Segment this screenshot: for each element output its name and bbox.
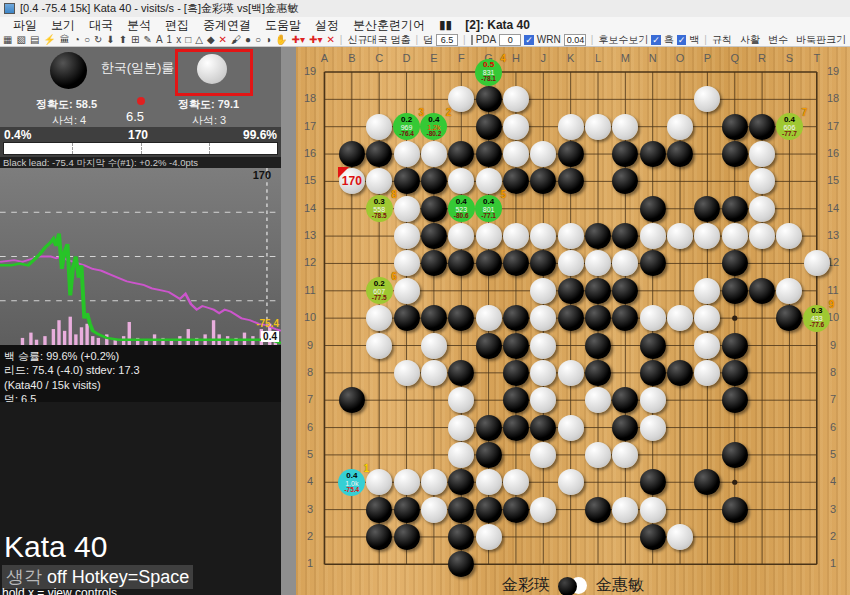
- white-stone-E4: [421, 469, 447, 495]
- coord-number-left-6: 6: [301, 421, 319, 433]
- black-stone-K10: [558, 305, 584, 331]
- wrn-input[interactable]: 0.04: [564, 34, 586, 46]
- black-stone-H8: [503, 360, 529, 386]
- black-stone-E14: [421, 196, 447, 222]
- white-stone-O17: [667, 114, 693, 140]
- thinking-hotkey: Hotkey=Space: [72, 567, 190, 587]
- white-stone-D16: [394, 141, 420, 167]
- black-stone-R11: [749, 278, 775, 304]
- coord-number-left-12: 12: [301, 256, 319, 268]
- new-game-button[interactable]: 신규대국: [347, 33, 387, 47]
- black-stone-H10: [503, 305, 529, 331]
- white-accuracy: 정확도: 79.1: [178, 97, 239, 112]
- white-stone-D13: [394, 223, 420, 249]
- black-candidates-checkbox[interactable]: ✓: [651, 35, 661, 45]
- black-stone-M6: [612, 415, 638, 441]
- coord-number-right-2: 2: [824, 530, 842, 542]
- stat-line: (Kata40 / 15k visits): [4, 378, 281, 392]
- white-stone-K17: [558, 114, 584, 140]
- coord-number-left-4: 4: [301, 475, 319, 487]
- black-stone-L9: [585, 333, 611, 359]
- white-player-name: 金惠敏: [596, 575, 644, 595]
- toolbar-icon-5[interactable]: ◔: [74, 34, 80, 46]
- menu-item-중계연결[interactable]: 중계연결: [196, 17, 258, 34]
- white-stone-R14: [749, 196, 775, 222]
- toolbar-icon-23[interactable]: ✋: [275, 34, 287, 46]
- black-stone-Q14: [722, 196, 748, 222]
- black-stone-B7: [339, 387, 365, 413]
- coord-number-left-10: 10: [301, 311, 319, 323]
- coord-letter-O: O: [671, 52, 689, 64]
- candidate-move-B4[interactable]: 0.41.0k-75.41: [338, 469, 365, 496]
- candidate-move-T10[interactable]: 0.3433-77.69: [803, 305, 830, 332]
- black-stone-M11: [612, 278, 638, 304]
- white-stone-K6: [558, 415, 584, 441]
- candidate-move-G19[interactable]: 0.5831-78.14: [475, 59, 502, 86]
- black-player-stone-icon: [50, 52, 87, 89]
- white-stone-F6: [448, 415, 474, 441]
- black-player-name: 金彩瑛: [502, 575, 550, 595]
- black-stone-G16: [476, 141, 502, 167]
- black-stone-G5: [476, 442, 502, 468]
- toolbar-separator: |: [702, 34, 709, 45]
- white-stone-J11: [530, 278, 556, 304]
- black-stone-Q8: [722, 360, 748, 386]
- black-stone-H7: [503, 387, 529, 413]
- black-stone-N8: [640, 360, 666, 386]
- coord-letter-Q: Q: [726, 52, 744, 64]
- white-stone-D14: [394, 196, 420, 222]
- app-icon: [4, 3, 15, 14]
- white-stone-D8: [394, 360, 420, 386]
- black-stone-K16: [558, 141, 584, 167]
- white-stone-K13: [558, 223, 584, 249]
- coord-number-left-11: 11: [301, 284, 319, 296]
- white-stone-N3: [640, 497, 666, 523]
- candidate-move-C11[interactable]: 0.2607-77.56: [366, 277, 393, 304]
- toolbar-icon-11[interactable]: ✎: [144, 34, 152, 46]
- engine-name: Kata 40: [4, 530, 107, 564]
- coord-letter-M: M: [616, 52, 634, 64]
- white-stone-D4: [394, 469, 420, 495]
- player-names: 金彩瑛 金惠敏: [296, 575, 850, 595]
- black-stone-K15: [558, 168, 584, 194]
- black-stone-N9: [640, 333, 666, 359]
- toolbar-icon-3[interactable]: ⚡: [43, 34, 55, 46]
- white-stone-R16: [749, 141, 775, 167]
- toolbar: ▦▧▤⚡🏛◔○↻⬇⬆⊞✎A1x□△◆✕🖌●○◑✋✚▾✚▾✕ | 신규대국 멈춤 …: [0, 33, 850, 47]
- black-stone-G18: [476, 86, 502, 112]
- white-winrate-label: 99.6%: [243, 128, 277, 142]
- black-stone-N12: [640, 250, 666, 276]
- black-stone-D15: [394, 168, 420, 194]
- winrate-bar-section: 0.4% 170 99.6%: [0, 127, 281, 157]
- white-stone-H13: [503, 223, 529, 249]
- coord-number-right-6: 6: [824, 421, 842, 433]
- thinking-state: off: [47, 567, 67, 587]
- white-stone-O2: [667, 524, 693, 550]
- coord-letter-L: L: [589, 52, 607, 64]
- black-stone-C3: [366, 497, 392, 523]
- panel-bottom: Kata 40 생각 off Hotkey=Space hold x = vie…: [0, 402, 281, 595]
- coord-number-left-14: 14: [301, 202, 319, 214]
- black-captures: 사석: 4: [52, 113, 86, 128]
- graph-winrate-label: 0.4: [261, 331, 279, 342]
- winrate-bar: [3, 142, 278, 155]
- coord-number-right-3: 3: [824, 503, 842, 515]
- coord-number-left-2: 2: [301, 530, 319, 542]
- black-stone-G3: [476, 497, 502, 523]
- black-stone-H3: [503, 497, 529, 523]
- black-stone-C2: [366, 524, 392, 550]
- black-stone-H6: [503, 415, 529, 441]
- toolbar-button-사활[interactable]: 사활: [740, 33, 760, 47]
- black-stone-L3: [585, 497, 611, 523]
- white-stone-G15: [476, 168, 502, 194]
- white-stone-J8: [530, 360, 556, 386]
- menu-item-도움말[interactable]: 도움말: [258, 17, 308, 34]
- toolbar-icon-8[interactable]: ⬇: [106, 34, 114, 46]
- toolbar-button-변수[interactable]: 변수: [768, 33, 788, 47]
- coord-number-left-5: 5: [301, 448, 319, 460]
- coord-number-right-13: 13: [824, 229, 842, 241]
- pause-icon[interactable]: ▮▮: [432, 18, 459, 32]
- white-stone-E8: [421, 360, 447, 386]
- coord-number-right-14: 14: [824, 202, 842, 214]
- toolbar-button-바둑판크기[interactable]: 바둑판크기: [796, 33, 846, 47]
- black-stone-G12: [476, 250, 502, 276]
- white-stone-K4: [558, 469, 584, 495]
- white-stone-M17: [612, 114, 638, 140]
- black-stone-N4: [640, 469, 666, 495]
- candidate-move-C14[interactable]: 0.3558-78.58: [366, 195, 393, 222]
- toolbar-icons: ▦▧▤⚡🏛◔○↻⬇⬆⊞✎A1x□△◆✕🖌●○◑✋✚▾✚▾✕: [3, 34, 335, 46]
- white-stone-R13: [749, 223, 775, 249]
- menu-item-보기[interactable]: 보기: [44, 17, 82, 34]
- coord-number-left-17: 17: [301, 120, 319, 132]
- black-stone-E10: [421, 305, 447, 331]
- coord-number-left-9: 9: [301, 339, 319, 351]
- move-indicator-dot: [137, 97, 145, 105]
- white-stone-D11: [394, 278, 420, 304]
- coord-number-right-15: 15: [824, 174, 842, 186]
- black-stone-J6: [530, 415, 556, 441]
- engine-menu-label[interactable]: [2]: Kata 40: [465, 18, 530, 32]
- white-stone-G4: [476, 469, 502, 495]
- black-stone-Q9: [722, 333, 748, 359]
- white-stone-E3: [421, 497, 447, 523]
- analysis-panel: 한국(일본)룰 정확도: 58.5 정확도: 79.1 사석: 4 6.5 사석…: [0, 47, 281, 595]
- coord-number-left-18: 18: [301, 92, 319, 104]
- coord-number-right-16: 16: [824, 147, 842, 159]
- white-stone-G10: [476, 305, 502, 331]
- black-stone-L8: [585, 360, 611, 386]
- toolbar-icon-6[interactable]: ○: [84, 34, 90, 46]
- lead-status-line: Black lead: -75.4 마지막 수(#1): +0.2% -4.0p…: [0, 157, 281, 168]
- black-stone-Q7: [722, 387, 748, 413]
- menu-item-분산훈련기어[interactable]: 분산훈련기어: [346, 17, 432, 34]
- black-stone-L11: [585, 278, 611, 304]
- toolbar-button-규칙[interactable]: 규칙: [712, 33, 732, 47]
- black-accuracy: 정확도: 58.5: [36, 97, 97, 112]
- toolbar-icon-13[interactable]: 1: [167, 34, 173, 46]
- pda-input[interactable]: 0: [499, 34, 521, 46]
- coord-number-right-8: 8: [824, 366, 842, 378]
- black-stone-H9: [503, 333, 529, 359]
- coord-letter-J: J: [534, 52, 552, 64]
- white-stone-K8: [558, 360, 584, 386]
- coord-letter-T: T: [808, 52, 826, 64]
- coord-letter-C: C: [370, 52, 388, 64]
- black-stone-G17: [476, 114, 502, 140]
- white-stone-D12: [394, 250, 420, 276]
- black-stone-O16: [667, 141, 693, 167]
- toolbar-icon-10[interactable]: ⊞: [131, 34, 139, 46]
- black-stone-K11: [558, 278, 584, 304]
- black-stone-G9: [476, 333, 502, 359]
- white-stone-C9: [366, 333, 392, 359]
- last-move-number: 170: [339, 174, 365, 188]
- coord-number-left-16: 16: [301, 147, 319, 159]
- toolbar-icon-25[interactable]: ✚▾: [309, 34, 322, 46]
- toolbar-icon-14[interactable]: x: [176, 34, 181, 46]
- black-stone-N2: [640, 524, 666, 550]
- coord-number-right-19: 19: [824, 65, 842, 77]
- coord-number-left-15: 15: [301, 174, 319, 186]
- toolbar-separator: |: [413, 34, 420, 45]
- komi-input[interactable]: 6.5: [436, 34, 458, 46]
- black-stone-B16: [339, 141, 365, 167]
- black-stone-F3: [448, 497, 474, 523]
- menu-bar: 파일보기대국분석편집중계연결도움말설정분산훈련기어 ▮▮ [2]: Kata 4…: [0, 17, 850, 33]
- white-stone-N7: [640, 387, 666, 413]
- rules-label: 한국(일본)룰: [95, 59, 180, 77]
- coord-number-right-7: 7: [824, 393, 842, 405]
- black-stone-L13: [585, 223, 611, 249]
- players-header: 한국(일본)룰 정확도: 58.5 정확도: 79.1 사석: 4 6.5 사석…: [0, 47, 281, 127]
- coord-letter-P: P: [698, 52, 716, 64]
- coord-number-right-17: 17: [824, 120, 842, 132]
- winrate-graph[interactable]: 170 -75.4 0.4: [0, 168, 281, 345]
- coord-number-left-13: 13: [301, 229, 319, 241]
- black-stone-F8: [448, 360, 474, 386]
- white-stone-H17: [503, 114, 529, 140]
- menu-item-분석[interactable]: 분석: [120, 17, 158, 34]
- coord-number-left-8: 8: [301, 366, 319, 378]
- white-stone-J3: [530, 497, 556, 523]
- wrn-checkbox[interactable]: ✓: [524, 35, 534, 45]
- white-candidates-label: 백: [689, 33, 699, 47]
- graph-score-label: -75.4: [256, 318, 279, 329]
- coord-number-left-19: 19: [301, 65, 319, 77]
- toolbar-separator: |: [461, 34, 468, 45]
- coord-number-right-9: 9: [824, 339, 842, 351]
- toolbar-icon-0[interactable]: ▦: [3, 34, 12, 46]
- black-stone-Q11: [722, 278, 748, 304]
- white-candidates-checkbox[interactable]: ✓: [677, 35, 687, 45]
- toolbar-icon-20[interactable]: ●: [245, 34, 251, 46]
- coord-letter-B: B: [343, 52, 361, 64]
- menu-item-편집[interactable]: 편집: [158, 17, 196, 34]
- title-bar: [0.4 -75.4 15k] Kata 40 - visits/s - [흑]…: [0, 0, 850, 17]
- toolbar-icon-1[interactable]: ▧: [16, 34, 25, 46]
- coord-letter-E: E: [425, 52, 443, 64]
- white-captures: 사석: 3: [192, 113, 226, 128]
- candidates-label: 후보수보기: [598, 33, 648, 47]
- candidate-move-F14[interactable]: 0.4523-80.6: [448, 195, 475, 222]
- coord-number-right-4: 4: [824, 475, 842, 487]
- toolbar-separator: |: [338, 34, 345, 45]
- coord-letter-H: H: [507, 52, 525, 64]
- toolbar-icon-7[interactable]: ↻: [94, 34, 102, 46]
- coord-letter-K: K: [562, 52, 580, 64]
- toolbar-icon-17[interactable]: ◆: [207, 34, 215, 46]
- black-stone-R17: [749, 114, 775, 140]
- black-stone-Q3: [722, 497, 748, 523]
- white-stone-G13: [476, 223, 502, 249]
- black-stone-D2: [394, 524, 420, 550]
- wrn-label: WRN: [537, 34, 561, 45]
- coord-letter-S: S: [780, 52, 798, 64]
- black-stone-N16: [640, 141, 666, 167]
- coord-letter-D: D: [398, 52, 416, 64]
- white-stone-L17: [585, 114, 611, 140]
- toolbar-icon-2[interactable]: ▤: [30, 34, 39, 46]
- komi-value: 6.5: [126, 109, 144, 124]
- coord-number-right-1: 1: [824, 557, 842, 569]
- go-board[interactable]: 金彩瑛 金惠敏 ABCDEFGHJKLMNOPQRST1919181817171…: [296, 47, 850, 595]
- coord-number-left-3: 3: [301, 503, 319, 515]
- white-stone-K12: [558, 250, 584, 276]
- black-stone-Q17: [722, 114, 748, 140]
- stat-line: 백 승률: 99.6% (+0.2%): [4, 349, 281, 363]
- coord-number-left-7: 7: [301, 393, 319, 405]
- black-stone-L10: [585, 305, 611, 331]
- black-stone-Q5: [722, 442, 748, 468]
- stat-line: 리드: 75.4 (-4.0) stdev: 17.3: [4, 363, 281, 377]
- toolbar-icon-18[interactable]: ✕: [219, 34, 227, 46]
- white-stone-N6: [640, 415, 666, 441]
- toolbar-icon-4[interactable]: 🏛: [60, 34, 70, 46]
- white-stone-G2: [476, 524, 502, 550]
- white-stone-J9: [530, 333, 556, 359]
- toolbar-icon-26[interactable]: ✕: [326, 34, 334, 46]
- toolbar-icon-24[interactable]: ✚▾: [292, 34, 305, 46]
- pda-checkbox[interactable]: [471, 35, 473, 45]
- winbar-tick: [72, 143, 73, 154]
- toolbar-icon-22[interactable]: ◑: [265, 34, 271, 46]
- komi-label: 덤: [423, 33, 433, 47]
- white-stone-C17: [366, 114, 392, 140]
- panel-divider[interactable]: [281, 47, 296, 595]
- black-stone-E13: [421, 223, 447, 249]
- white-player-stone-icon: [197, 54, 227, 84]
- white-stone-N13: [640, 223, 666, 249]
- coord-number-left-1: 1: [301, 557, 319, 569]
- coord-letter-N: N: [644, 52, 662, 64]
- toolbar-icon-21[interactable]: ○: [255, 34, 261, 46]
- black-stone-D10: [394, 305, 420, 331]
- winbar-tick: [141, 143, 142, 154]
- toolbar-icon-19[interactable]: 🖌: [231, 34, 241, 46]
- black-stone-D3: [394, 497, 420, 523]
- toolbar-icon-9[interactable]: ⬆: [119, 34, 127, 46]
- app-window: [0.4 -75.4 15k] Kata 40 - visits/s - [흑]…: [0, 0, 850, 595]
- toolbar-separator: |: [589, 34, 596, 45]
- graph-move-label: 170: [253, 169, 271, 181]
- pda-label: PDA: [476, 34, 497, 45]
- white-stone-N10: [640, 305, 666, 331]
- coord-number-right-5: 5: [824, 448, 842, 460]
- black-stone-N14: [640, 196, 666, 222]
- white-stone-L7: [585, 387, 611, 413]
- white-stone-H4: [503, 469, 529, 495]
- engine-stats: 백 승률: 99.6% (+0.2%)리드: 75.4 (-4.0) stdev…: [0, 345, 281, 402]
- black-stone-Q16: [722, 141, 748, 167]
- white-stone-L5: [585, 442, 611, 468]
- pause-button[interactable]: 멈춤: [390, 33, 410, 47]
- menu-item-설정[interactable]: 설정: [308, 17, 346, 34]
- black-stone-F2: [448, 524, 474, 550]
- winbar-tick: [209, 143, 210, 154]
- toolbar-icon-16[interactable]: △: [195, 34, 203, 46]
- black-winrate-label: 0.4%: [4, 128, 31, 142]
- stones-icon: [558, 577, 588, 594]
- white-stone-P9: [694, 333, 720, 359]
- black-stone-O8: [667, 360, 693, 386]
- black-candidates-label: 흑: [664, 33, 674, 47]
- coord-letter-F: F: [452, 52, 470, 64]
- toolbar-icon-15[interactable]: □: [185, 34, 191, 46]
- move-number-label: 170: [128, 128, 148, 142]
- menu-item-대국[interactable]: 대국: [82, 17, 120, 34]
- white-stone-P11: [694, 278, 720, 304]
- controls-hint: hold x = view controls: [2, 586, 117, 595]
- white-stone-E16: [421, 141, 447, 167]
- toolbar-extra-buttons: 규칙사활변수바둑판크기저장: [712, 33, 850, 47]
- white-stone-F5: [448, 442, 474, 468]
- white-stone-M3: [612, 497, 638, 523]
- menu-item-파일[interactable]: 파일: [6, 17, 44, 34]
- coord-letter-R: R: [753, 52, 771, 64]
- white-stone-O13: [667, 223, 693, 249]
- candidate-move-S17[interactable]: 0.4606-77.77: [776, 113, 803, 140]
- white-stone-J5: [530, 442, 556, 468]
- menu-items: 파일보기대국분석편집중계연결도움말설정분산훈련기어: [6, 17, 432, 34]
- white-stone-Q13: [722, 223, 748, 249]
- coord-number-right-11: 11: [824, 284, 842, 296]
- coord-letter-A: A: [316, 52, 334, 64]
- white-stone-O10: [667, 305, 693, 331]
- coord-number-right-18: 18: [824, 92, 842, 104]
- white-stone-H16: [503, 141, 529, 167]
- black-stone-G6: [476, 415, 502, 441]
- black-stone-P14: [694, 196, 720, 222]
- thinking-label: 생각: [6, 567, 42, 587]
- white-stone-E9: [421, 333, 447, 359]
- toolbar-icon-12[interactable]: A: [156, 34, 163, 46]
- window-title: [0.4 -75.4 15k] Kata 40 - visits/s - [흑]…: [20, 1, 298, 16]
